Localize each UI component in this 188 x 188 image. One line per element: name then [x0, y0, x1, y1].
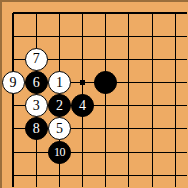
board-point-2-6: 8: [25, 117, 48, 140]
board-point-4-6: [71, 117, 94, 140]
board-point-2-1: [25, 1, 48, 24]
board-point-1-5: [1, 94, 24, 117]
board-point-7-2: [141, 25, 164, 48]
board-point-8-2: [164, 25, 187, 48]
board-point-6-6: [117, 117, 140, 140]
stone-white-1: 1: [48, 71, 71, 94]
board-point-3-4: 1: [48, 71, 71, 94]
board-point-5-8: [94, 164, 117, 187]
board-point-7-7: [141, 141, 164, 164]
board-point-7-6: [141, 117, 164, 140]
board-point-2-3: 7: [25, 48, 48, 71]
stone-black-6: 6: [25, 71, 48, 94]
board-point-5-5: [94, 94, 117, 117]
board-point-3-6: 5: [48, 117, 71, 140]
board-point-5-3: [94, 48, 117, 71]
board-point-2-2: [25, 25, 48, 48]
go-board: 79613248510: [1, 1, 187, 187]
board-point-6-1: [117, 1, 140, 24]
board-point-3-5: 2: [48, 94, 71, 117]
board-point-2-8: [25, 164, 48, 187]
board-point-3-7: 10: [48, 141, 71, 164]
board-point-8-5: [164, 94, 187, 117]
board-point-4-1: [71, 1, 94, 24]
board-point-4-3: [71, 48, 94, 71]
stone-white-3: 3: [25, 94, 48, 117]
board-point-5-2: [94, 25, 117, 48]
stone-black-unnumbered: [94, 71, 117, 94]
stone-white-5: 5: [48, 117, 71, 140]
board-point-7-1: [141, 1, 164, 24]
board-point-8-7: [164, 141, 187, 164]
board-point-2-5: 3: [25, 94, 48, 117]
stone-black-4: 4: [71, 94, 94, 117]
board-point-7-3: [141, 48, 164, 71]
board-point-7-4: [141, 71, 164, 94]
board-point-7-8: [141, 164, 164, 187]
stone-black-2: 2: [48, 94, 71, 117]
board-point-1-2: [1, 25, 24, 48]
board-point-8-1: [164, 1, 187, 24]
board-point-8-6: [164, 117, 187, 140]
board-point-6-7: [117, 141, 140, 164]
stone-black-8: 8: [25, 117, 48, 140]
board-point-8-8: [164, 164, 187, 187]
board-point-1-4: 9: [1, 71, 24, 94]
board-point-2-7: [25, 141, 48, 164]
board-point-6-3: [117, 48, 140, 71]
board-point-7-5: [141, 94, 164, 117]
board-point-3-3: [48, 48, 71, 71]
board-point-5-1: [94, 1, 117, 24]
board-point-5-7: [94, 141, 117, 164]
board-point-6-5: [117, 94, 140, 117]
board-point-2-4: 6: [25, 71, 48, 94]
board-point-6-4: [117, 71, 140, 94]
board-point-3-2: [48, 25, 71, 48]
board-point-6-2: [117, 25, 140, 48]
stone-white-9: 9: [2, 71, 25, 94]
hoshi-star-point: [80, 80, 85, 85]
board-point-4-4: [71, 71, 94, 94]
board-point-4-2: [71, 25, 94, 48]
go-diagram: 79613248510: [0, 0, 188, 188]
board-point-6-8: [117, 164, 140, 187]
board-point-4-8: [71, 164, 94, 187]
board-point-1-8: [1, 164, 24, 187]
board-point-4-7: [71, 141, 94, 164]
board-point-5-4: [94, 71, 117, 94]
stone-white-7: 7: [25, 48, 48, 71]
board-point-1-6: [1, 117, 24, 140]
board-point-1-1: [1, 1, 24, 24]
board-point-3-8: [48, 164, 71, 187]
board-point-5-6: [94, 117, 117, 140]
board-point-1-3: [1, 48, 24, 71]
stone-black-10: 10: [48, 141, 71, 164]
board-point-8-4: [164, 71, 187, 94]
board-point-3-1: [48, 1, 71, 24]
board-point-8-3: [164, 48, 187, 71]
board-point-4-5: 4: [71, 94, 94, 117]
board-point-1-7: [1, 141, 24, 164]
